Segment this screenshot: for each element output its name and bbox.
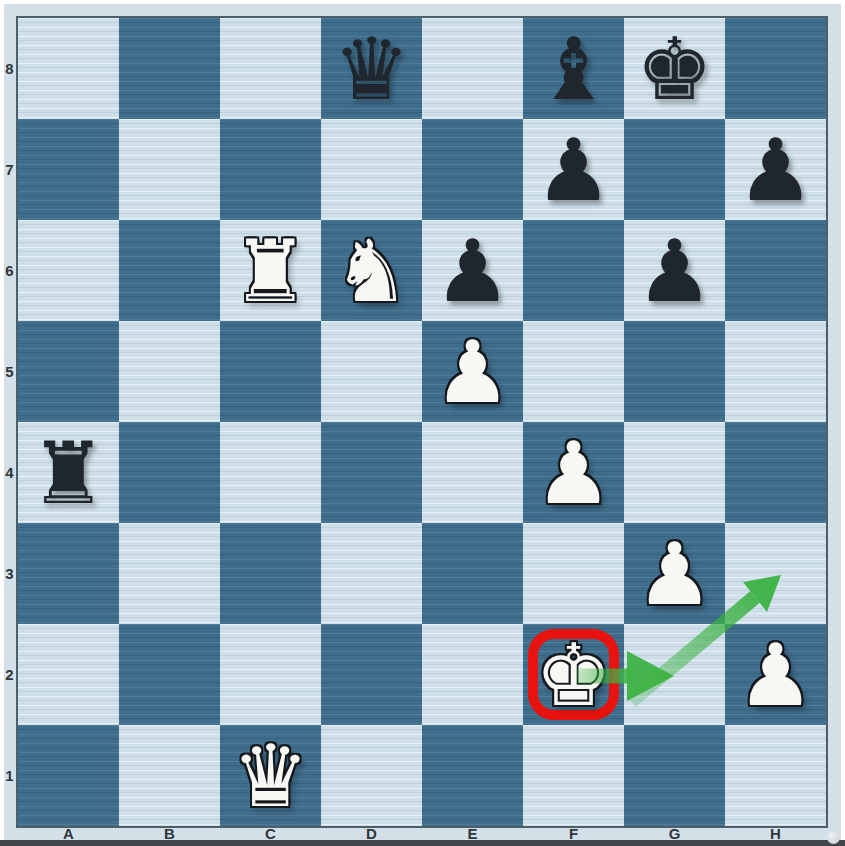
- square-b7[interactable]: [119, 119, 220, 220]
- square-e4[interactable]: [422, 422, 523, 523]
- piece-white-knight-d6[interactable]: ♞: [321, 220, 422, 321]
- rank-label-4: 4: [3, 422, 16, 523]
- square-b3[interactable]: [119, 523, 220, 624]
- square-f6[interactable]: [523, 220, 624, 321]
- square-e8[interactable]: [422, 18, 523, 119]
- piece-black-pawn-e6[interactable]: ♟: [422, 220, 523, 321]
- piece-black-pawn-f7[interactable]: ♟: [523, 119, 624, 220]
- piece-white-rook-c6[interactable]: ♜: [220, 220, 321, 321]
- square-b4[interactable]: [119, 422, 220, 523]
- square-h4[interactable]: [725, 422, 826, 523]
- chess-position-screenshot: ♛♝♚♟♟♜♞♟♟♟♜♟♟♚♟♛ 87654321 ABCDEFGH: [0, 0, 845, 846]
- piece-black-king-g8[interactable]: ♚: [624, 18, 725, 119]
- square-a1[interactable]: [18, 725, 119, 826]
- square-c2[interactable]: [220, 624, 321, 725]
- square-a8[interactable]: [18, 18, 119, 119]
- square-d1[interactable]: [321, 725, 422, 826]
- square-b5[interactable]: [119, 321, 220, 422]
- square-h3[interactable]: [725, 523, 826, 624]
- square-a3[interactable]: [18, 523, 119, 624]
- rank-label-6: 6: [3, 220, 16, 321]
- square-d2[interactable]: [321, 624, 422, 725]
- square-h1[interactable]: [725, 725, 826, 826]
- file-label-d: D: [321, 827, 422, 840]
- piece-black-bishop-f8[interactable]: ♝: [523, 18, 624, 119]
- file-label-e: E: [422, 827, 523, 840]
- file-label-c: C: [220, 827, 321, 840]
- square-d3[interactable]: [321, 523, 422, 624]
- rank-label-3: 3: [3, 523, 16, 624]
- square-e1[interactable]: [422, 725, 523, 826]
- square-h8[interactable]: [725, 18, 826, 119]
- square-e2[interactable]: [422, 624, 523, 725]
- file-label-b: B: [119, 827, 220, 840]
- file-label-a: A: [18, 827, 119, 840]
- window-bottom-edge: [0, 840, 845, 846]
- rank-label-2: 2: [3, 624, 16, 725]
- square-f5[interactable]: [523, 321, 624, 422]
- square-b2[interactable]: [119, 624, 220, 725]
- piece-white-pawn-f4[interactable]: ♟: [523, 422, 624, 523]
- square-g5[interactable]: [624, 321, 725, 422]
- square-a5[interactable]: [18, 321, 119, 422]
- piece-black-queen-d8[interactable]: ♛: [321, 18, 422, 119]
- square-h6[interactable]: [725, 220, 826, 321]
- file-label-g: G: [624, 827, 725, 840]
- square-a2[interactable]: [18, 624, 119, 725]
- square-a7[interactable]: [18, 119, 119, 220]
- rank-label-1: 1: [3, 725, 16, 826]
- piece-white-pawn-e5[interactable]: ♟: [422, 321, 523, 422]
- square-h5[interactable]: [725, 321, 826, 422]
- rank-label-7: 7: [3, 119, 16, 220]
- file-label-h: H: [725, 827, 826, 840]
- piece-white-king-f2[interactable]: ♚: [523, 624, 624, 725]
- piece-white-queen-c1[interactable]: ♛: [220, 725, 321, 826]
- square-f3[interactable]: [523, 523, 624, 624]
- board: ♛♝♚♟♟♜♞♟♟♟♜♟♟♚♟♛: [16, 16, 828, 828]
- square-d7[interactable]: [321, 119, 422, 220]
- square-e7[interactable]: [422, 119, 523, 220]
- square-d4[interactable]: [321, 422, 422, 523]
- square-f1[interactable]: [523, 725, 624, 826]
- square-a6[interactable]: [18, 220, 119, 321]
- square-g7[interactable]: [624, 119, 725, 220]
- rank-label-8: 8: [3, 18, 16, 119]
- file-label-f: F: [523, 827, 624, 840]
- square-g1[interactable]: [624, 725, 725, 826]
- square-c3[interactable]: [220, 523, 321, 624]
- square-c7[interactable]: [220, 119, 321, 220]
- square-g4[interactable]: [624, 422, 725, 523]
- corner-dot-icon: [827, 831, 840, 844]
- rank-label-5: 5: [3, 321, 16, 422]
- square-b1[interactable]: [119, 725, 220, 826]
- square-c5[interactable]: [220, 321, 321, 422]
- piece-white-pawn-h2[interactable]: ♟: [725, 624, 826, 725]
- piece-black-pawn-h7[interactable]: ♟: [725, 119, 826, 220]
- piece-black-rook-a4[interactable]: ♜: [18, 422, 119, 523]
- square-e3[interactable]: [422, 523, 523, 624]
- square-c8[interactable]: [220, 18, 321, 119]
- square-g2[interactable]: [624, 624, 725, 725]
- piece-white-pawn-g3[interactable]: ♟: [624, 523, 725, 624]
- square-b6[interactable]: [119, 220, 220, 321]
- square-d5[interactable]: [321, 321, 422, 422]
- square-c4[interactable]: [220, 422, 321, 523]
- square-b8[interactable]: [119, 18, 220, 119]
- piece-black-pawn-g6[interactable]: ♟: [624, 220, 725, 321]
